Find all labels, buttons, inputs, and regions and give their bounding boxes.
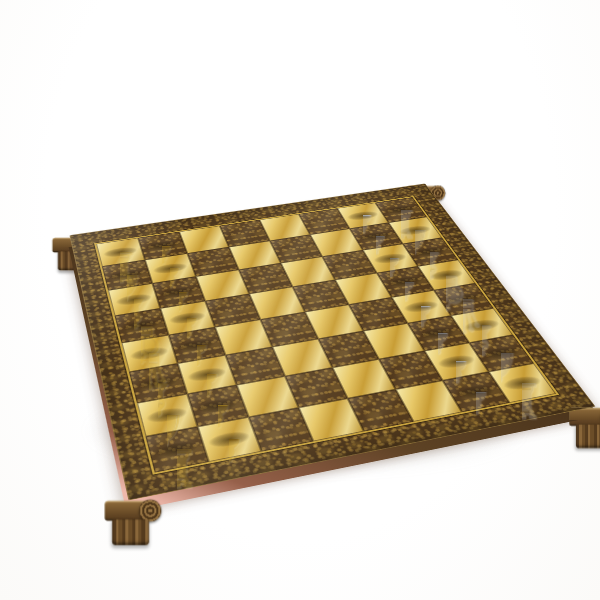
square-f6[interactable] (322, 250, 377, 280)
foot-fluted-shaft (576, 425, 600, 448)
square-e7[interactable] (377, 266, 434, 297)
square-h8[interactable] (375, 197, 427, 223)
square-g7[interactable] (350, 223, 403, 250)
square-h7[interactable] (337, 203, 388, 229)
board-foot-ionic-capital (567, 406, 600, 451)
square-h1[interactable] (96, 238, 145, 267)
square-h2[interactable] (138, 232, 187, 260)
square-h3[interactable] (179, 226, 229, 254)
foot-fluted-shaft (112, 519, 149, 545)
square-g3[interactable] (187, 247, 238, 276)
square-h4[interactable] (220, 220, 270, 247)
square-f8[interactable] (403, 238, 458, 267)
square-g5[interactable] (270, 235, 322, 263)
white-rook-icon: ♜ (142, 402, 212, 455)
square-f5[interactable] (281, 257, 335, 287)
square-e5[interactable] (293, 280, 349, 312)
photo-stage: ♜♜♟♟♟♟♜♜♞♞♟♟♟♟♞♞♝♝♟♟♟♟♝♝♚♚♟♟♟♟♚♚♛♛♟♟♟♟♛♛… (0, 0, 600, 600)
board-foot-ionic-capital (102, 498, 159, 547)
square-e6[interactable] (335, 273, 392, 305)
square-g8[interactable] (389, 217, 443, 244)
chess-board: ♜♜♟♟♟♟♜♜♞♞♟♟♟♟♞♞♝♝♟♟♟♟♝♝♚♚♟♟♟♟♚♚♛♛♟♟♟♟♛♛… (69, 184, 595, 501)
square-g4[interactable] (229, 241, 281, 270)
black-pawn-icon: ♟ (443, 364, 509, 397)
square-f4[interactable] (239, 263, 293, 294)
square-g6[interactable] (310, 229, 363, 257)
square-h6[interactable] (299, 208, 350, 234)
square-h5[interactable] (260, 214, 311, 241)
square-f7[interactable] (363, 244, 418, 273)
